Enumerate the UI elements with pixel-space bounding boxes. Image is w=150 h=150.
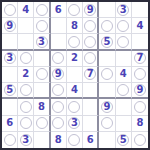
cell-r3c6[interactable] bbox=[83, 34, 99, 50]
cell-r2c3[interactable] bbox=[34, 18, 50, 34]
given-digit: 5 bbox=[120, 135, 127, 145]
odd-cell-circle bbox=[134, 101, 146, 113]
odd-cell-circle bbox=[36, 20, 48, 32]
cell-r1c9[interactable] bbox=[132, 2, 148, 18]
cell-r7c1[interactable] bbox=[2, 99, 18, 115]
odd-cell-circle bbox=[101, 20, 113, 32]
given-digit: 9 bbox=[87, 5, 94, 15]
odd-cell-circle bbox=[52, 84, 64, 96]
cell-r3c8[interactable] bbox=[116, 34, 132, 50]
cell-r1c6[interactable]: 9 bbox=[83, 2, 99, 18]
cell-r6c4[interactable] bbox=[51, 83, 67, 99]
cell-r2c9[interactable]: 4 bbox=[132, 18, 148, 34]
cell-r3c3[interactable]: 3 bbox=[34, 34, 50, 50]
cell-r9c6[interactable]: 6 bbox=[83, 132, 99, 148]
cell-r7c7[interactable]: 9 bbox=[99, 99, 115, 115]
cell-r5c7[interactable] bbox=[99, 67, 115, 83]
cell-r5c3[interactable] bbox=[34, 67, 50, 83]
cell-r4c7[interactable] bbox=[99, 51, 115, 67]
cell-r9c9[interactable] bbox=[132, 132, 148, 148]
cell-r6c3[interactable] bbox=[34, 83, 50, 99]
cell-r7c6[interactable] bbox=[83, 99, 99, 115]
odd-cell-circle bbox=[36, 68, 48, 80]
cell-r5c8[interactable]: 4 bbox=[116, 67, 132, 83]
cell-r1c7[interactable] bbox=[99, 2, 115, 18]
given-digit: 3 bbox=[120, 5, 127, 15]
given-digit: 8 bbox=[71, 21, 78, 31]
given-digit: 3 bbox=[71, 118, 78, 128]
cell-r4c3[interactable] bbox=[34, 51, 50, 67]
cell-r1c1[interactable] bbox=[2, 2, 18, 18]
cell-r1c8[interactable]: 3 bbox=[116, 2, 132, 18]
given-digit: 4 bbox=[136, 21, 143, 31]
cell-r8c6[interactable] bbox=[83, 116, 99, 132]
cell-r3c7[interactable]: 5 bbox=[99, 34, 115, 50]
cell-r6c2[interactable] bbox=[18, 83, 34, 99]
odd-cell-circle bbox=[84, 52, 96, 64]
cell-r9c7[interactable] bbox=[99, 132, 115, 148]
odd-cell-circle bbox=[68, 36, 80, 48]
cell-r4c8[interactable] bbox=[116, 51, 132, 67]
cell-r4c6[interactable] bbox=[83, 51, 99, 67]
cell-r1c3[interactable] bbox=[34, 2, 50, 18]
cell-r6c1[interactable]: 5 bbox=[2, 83, 18, 99]
given-digit: 8 bbox=[55, 135, 62, 145]
odd-cell-circle bbox=[4, 4, 16, 16]
odd-cell-circle bbox=[101, 117, 113, 129]
given-digit: 2 bbox=[22, 69, 29, 79]
odd-cell-circle bbox=[52, 101, 64, 113]
odd-cell-circle bbox=[36, 4, 48, 16]
odd-cell-circle bbox=[117, 84, 129, 96]
cell-r2c1[interactable]: 9 bbox=[2, 18, 18, 34]
given-digit: 4 bbox=[22, 5, 29, 15]
sudoku-board: 4693984353272974549896383865 bbox=[0, 0, 150, 150]
odd-cell-circle bbox=[84, 20, 96, 32]
cell-r8c7[interactable] bbox=[99, 116, 115, 132]
cell-r4c5[interactable]: 2 bbox=[67, 51, 83, 67]
cell-r8c1[interactable]: 6 bbox=[2, 116, 18, 132]
cell-r8c2[interactable] bbox=[18, 116, 34, 132]
cell-r6c5[interactable]: 4 bbox=[67, 83, 83, 99]
cell-r9c1[interactable] bbox=[2, 132, 18, 148]
cell-r4c9[interactable]: 7 bbox=[132, 51, 148, 67]
given-digit: 6 bbox=[87, 135, 94, 145]
cell-r6c8[interactable] bbox=[116, 83, 132, 99]
cell-r4c1[interactable]: 3 bbox=[2, 51, 18, 67]
cell-r3c1[interactable] bbox=[2, 34, 18, 50]
given-digit: 8 bbox=[38, 102, 45, 112]
given-digit: 5 bbox=[103, 37, 110, 47]
cell-r7c3[interactable]: 8 bbox=[34, 99, 50, 115]
given-digit: 4 bbox=[120, 69, 127, 79]
cell-r3c2[interactable] bbox=[18, 34, 34, 50]
given-digit: 2 bbox=[71, 53, 78, 63]
given-digit: 3 bbox=[22, 135, 29, 145]
odd-cell-circle bbox=[134, 68, 146, 80]
odd-cell-circle bbox=[36, 117, 48, 129]
given-digit: 9 bbox=[6, 21, 13, 31]
given-digit: 9 bbox=[55, 69, 62, 79]
cell-r2c8[interactable] bbox=[116, 18, 132, 34]
cell-r1c5[interactable] bbox=[67, 2, 83, 18]
odd-cell-circle bbox=[101, 68, 113, 80]
cell-r8c8[interactable] bbox=[116, 116, 132, 132]
cell-r6c6[interactable] bbox=[83, 83, 99, 99]
odd-cell-circle bbox=[20, 101, 32, 113]
cell-r2c4[interactable] bbox=[51, 18, 67, 34]
given-digit: 6 bbox=[55, 5, 62, 15]
cell-r7c2[interactable] bbox=[18, 99, 34, 115]
cell-r2c6[interactable] bbox=[83, 18, 99, 34]
odd-cell-circle bbox=[84, 36, 96, 48]
odd-cell-circle bbox=[52, 117, 64, 129]
odd-cell-circle bbox=[4, 134, 16, 146]
cell-r3c9[interactable] bbox=[132, 34, 148, 50]
odd-cell-circle bbox=[117, 36, 129, 48]
cell-r9c4[interactable]: 8 bbox=[51, 132, 67, 148]
cell-r5c1[interactable] bbox=[2, 67, 18, 83]
cell-r4c4[interactable] bbox=[51, 51, 67, 67]
cell-r6c7[interactable] bbox=[99, 83, 115, 99]
cell-r5c5[interactable] bbox=[67, 67, 83, 83]
given-digit: 8 bbox=[136, 118, 143, 128]
given-digit: 3 bbox=[6, 53, 13, 63]
given-digit: 4 bbox=[71, 85, 78, 95]
cell-r7c4[interactable] bbox=[51, 99, 67, 115]
odd-cell-circle bbox=[52, 52, 64, 64]
given-digit: 7 bbox=[136, 53, 143, 63]
cell-r5c4[interactable]: 9 bbox=[51, 67, 67, 83]
cell-r9c5[interactable] bbox=[67, 132, 83, 148]
cell-r8c5[interactable]: 3 bbox=[67, 116, 83, 132]
cell-r5c2[interactable]: 2 bbox=[18, 67, 34, 83]
given-digit: 5 bbox=[6, 85, 13, 95]
given-digit: 9 bbox=[136, 85, 143, 95]
odd-cell-circle bbox=[68, 4, 80, 16]
cell-r8c3[interactable] bbox=[34, 116, 50, 132]
cell-r1c4[interactable]: 6 bbox=[51, 2, 67, 18]
odd-cell-circle bbox=[117, 20, 129, 32]
cell-r7c9[interactable] bbox=[132, 99, 148, 115]
cell-r2c2[interactable] bbox=[18, 18, 34, 34]
cell-r4c2[interactable] bbox=[18, 51, 34, 67]
cell-r6c9[interactable]: 9 bbox=[132, 83, 148, 99]
given-digit: 9 bbox=[103, 102, 110, 112]
cell-r5c6[interactable]: 7 bbox=[83, 67, 99, 83]
cell-r8c9[interactable]: 8 bbox=[132, 116, 148, 132]
given-digit: 7 bbox=[87, 69, 94, 79]
cell-r5c9[interactable] bbox=[132, 67, 148, 83]
odd-cell-circle bbox=[20, 84, 32, 96]
cell-r1c2[interactable]: 4 bbox=[18, 2, 34, 18]
odd-cell-circle bbox=[20, 117, 32, 129]
cell-r2c7[interactable] bbox=[99, 18, 115, 34]
cell-r7c8[interactable] bbox=[116, 99, 132, 115]
cell-r3c5[interactable] bbox=[67, 34, 83, 50]
cell-r9c2[interactable]: 3 bbox=[18, 132, 34, 148]
cell-r9c8[interactable]: 5 bbox=[116, 132, 132, 148]
given-digit: 3 bbox=[38, 37, 45, 47]
odd-cell-circle bbox=[68, 134, 80, 146]
odd-cell-circle bbox=[68, 101, 80, 113]
given-digit: 6 bbox=[6, 118, 13, 128]
cell-r9c3[interactable] bbox=[34, 132, 50, 148]
cell-r2c5[interactable]: 8 bbox=[67, 18, 83, 34]
odd-cell-circle bbox=[134, 134, 146, 146]
cell-r7c5[interactable] bbox=[67, 99, 83, 115]
cell-r8c4[interactable] bbox=[51, 116, 67, 132]
odd-cell-circle bbox=[20, 52, 32, 64]
cell-r3c4[interactable] bbox=[51, 34, 67, 50]
